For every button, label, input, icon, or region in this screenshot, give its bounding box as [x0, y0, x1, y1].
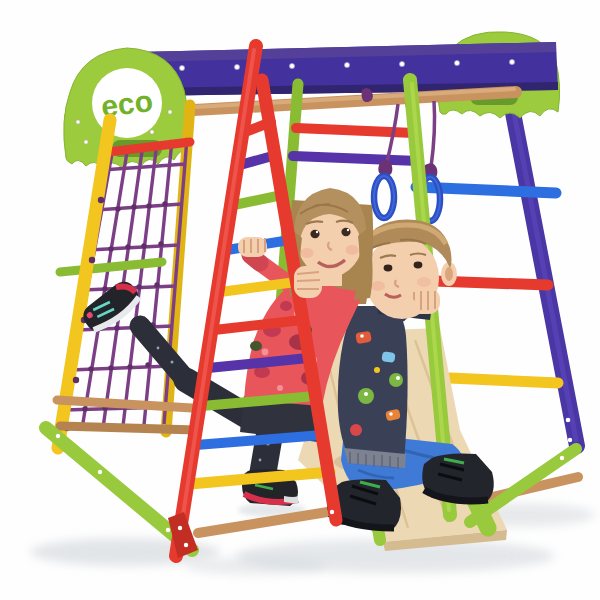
rung-red [296, 128, 414, 133]
rung-yellow [450, 378, 558, 383]
scene-canvas: eco [0, 0, 600, 600]
play-gym-photo: eco [0, 0, 600, 600]
rung-purple [293, 156, 418, 161]
screw [566, 418, 571, 423]
girl-hand-on-blue-rung [238, 237, 267, 257]
girl-hand-on-rail [294, 266, 322, 298]
